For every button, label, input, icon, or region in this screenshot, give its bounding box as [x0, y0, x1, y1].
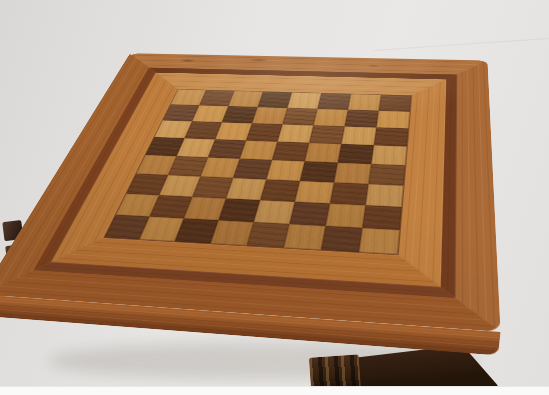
board-square: [266, 160, 304, 181]
board-square: [374, 127, 409, 146]
board-square: [254, 200, 295, 224]
board-square: [226, 178, 266, 200]
board-square: [175, 218, 219, 243]
board-square: [300, 161, 338, 182]
board-square: [366, 184, 404, 207]
board-square: [105, 215, 150, 240]
board-square: [295, 181, 334, 204]
board-square: [277, 124, 313, 142]
board-square: [371, 145, 407, 165]
board-square: [376, 111, 410, 129]
board-square: [126, 174, 168, 196]
board-square: [168, 156, 208, 176]
board-square: [200, 157, 239, 178]
board-square: [284, 224, 326, 250]
board-square: [192, 177, 233, 199]
board-square: [260, 179, 300, 201]
board-square: [218, 198, 260, 222]
table-top-surface: [0, 53, 501, 332]
board-square: [258, 92, 292, 108]
board-square: [330, 182, 369, 205]
board-square: [150, 195, 193, 218]
board-square: [159, 175, 200, 197]
board-square: [184, 197, 226, 220]
board-square: [309, 125, 345, 144]
board-square: [289, 202, 330, 226]
board-square: [341, 126, 376, 145]
board-square: [247, 222, 290, 248]
board-square: [287, 92, 321, 108]
board-square: [313, 109, 347, 127]
board-square: [317, 93, 350, 110]
board-square: [334, 163, 371, 184]
board-square: [362, 205, 401, 230]
board-square: [326, 204, 366, 228]
board-square: [368, 164, 405, 186]
board-square: [359, 228, 400, 254]
board-square: [348, 94, 381, 111]
rim-left: [0, 53, 157, 297]
board-square: [283, 108, 318, 125]
board-square: [345, 110, 379, 128]
photo-stage: [0, 0, 549, 395]
board-square: [116, 194, 159, 217]
field-near: [51, 236, 441, 287]
board-square: [210, 220, 253, 245]
board-square: [272, 142, 309, 162]
board-square: [305, 143, 342, 163]
rim-right: [455, 60, 500, 332]
table-scene: [0, 0, 549, 395]
walnut-frame-near: [34, 261, 456, 298]
chess-table: [0, 53, 501, 332]
board-square: [338, 144, 374, 164]
board-square: [321, 226, 362, 252]
board-square: [136, 155, 176, 175]
board-square: [379, 95, 412, 112]
board-square: [139, 217, 183, 242]
board-square: [233, 159, 272, 180]
floor-strip: [0, 386, 549, 395]
